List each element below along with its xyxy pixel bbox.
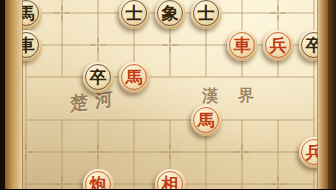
board-wood-edge-right (318, 0, 328, 189)
piece-black-advisor[interactable]: 士 (119, 0, 150, 29)
piece-glyph: 士 (119, 0, 150, 29)
piece-glyph: 卒 (83, 62, 114, 93)
xiangqi-board: 楚河 漢界 馬士象士車車兵卒卒馬馬兵炮相 (0, 0, 336, 189)
board-frame-left (22, 0, 23, 189)
piece-red-chariot[interactable]: 車 (227, 30, 258, 61)
piece-red-cannon[interactable]: 炮 (83, 169, 114, 190)
piece-red-soldier[interactable]: 兵 (263, 30, 294, 61)
piece-glyph: 馬 (119, 62, 150, 93)
piece-glyph: 士 (191, 0, 222, 29)
right-letterbox-bar (328, 0, 336, 189)
piece-black-advisor[interactable]: 士 (191, 0, 222, 29)
piece-glyph: 炮 (83, 169, 114, 190)
piece-red-horse[interactable]: 馬 (191, 105, 222, 136)
piece-red-horse[interactable]: 馬 (119, 62, 150, 93)
piece-glyph: 車 (227, 30, 258, 61)
board-wood-edge-left (5, 0, 22, 189)
pieces-layer: 馬士象士車車兵卒卒馬馬兵炮相 (0, 0, 336, 189)
piece-black-soldier[interactable]: 卒 (83, 62, 114, 93)
piece-glyph: 兵 (263, 30, 294, 61)
left-letterbox-bar (0, 0, 5, 189)
piece-glyph: 相 (155, 169, 186, 190)
piece-black-elephant[interactable]: 象 (155, 0, 186, 29)
piece-glyph: 象 (155, 0, 186, 29)
piece-glyph: 馬 (191, 105, 222, 136)
piece-red-elephant[interactable]: 相 (155, 169, 186, 190)
